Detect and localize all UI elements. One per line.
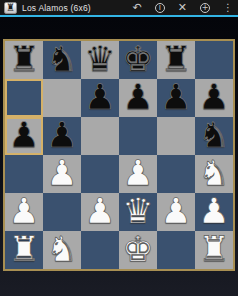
- piece-wp-e2: ♟: [160, 192, 191, 230]
- piece-wp-c2: ♟: [84, 192, 115, 230]
- piece-wr-f1: ♜: [198, 230, 229, 268]
- info-icon[interactable]: i: [155, 3, 165, 13]
- piece-bk-d6: ♚: [122, 40, 153, 78]
- rook-icon: ♜: [6, 3, 15, 13]
- square-e4[interactable]: [157, 117, 195, 155]
- piece-bn-b6: ♞: [46, 40, 77, 78]
- square-a4[interactable]: ♟: [5, 117, 43, 155]
- piece-wk-d1: ♚: [122, 230, 153, 268]
- square-c2[interactable]: ♟: [81, 193, 119, 231]
- square-b5[interactable]: [43, 79, 81, 117]
- square-b6[interactable]: ♞: [43, 41, 81, 79]
- square-d3[interactable]: ♟: [119, 155, 157, 193]
- chess-board: ♜♞♛♚♜♟♟♟♟♟♟♞♟♟♞♟♟♛♟♟♜♞♚♜: [3, 39, 235, 271]
- square-d5[interactable]: ♟: [119, 79, 157, 117]
- square-f3[interactable]: ♞: [195, 155, 233, 193]
- square-d6[interactable]: ♚: [119, 41, 157, 79]
- square-d4[interactable]: [119, 117, 157, 155]
- square-e5[interactable]: ♟: [157, 79, 195, 117]
- piece-br-e6: ♜: [160, 40, 191, 78]
- piece-bp-e5: ♟: [160, 78, 191, 116]
- square-e6[interactable]: ♜: [157, 41, 195, 79]
- square-e2[interactable]: ♟: [157, 193, 195, 231]
- square-b1[interactable]: ♞: [43, 231, 81, 269]
- square-f4[interactable]: ♞: [195, 117, 233, 155]
- action-bar: ♜ Los Alamos (6x6) ↶ i ✕ + ⋮: [0, 0, 238, 17]
- piece-wp-d3: ♟: [122, 154, 153, 192]
- piece-bp-b4: ♟: [46, 116, 77, 154]
- piece-bp-a4: ♟: [8, 116, 39, 154]
- piece-wr-a1: ♜: [8, 230, 39, 268]
- square-a5[interactable]: [5, 79, 43, 117]
- piece-wp-f2: ♟: [198, 192, 229, 230]
- piece-bp-f5: ♟: [198, 78, 229, 116]
- square-a6[interactable]: ♜: [5, 41, 43, 79]
- close-icon[interactable]: ✕: [178, 2, 187, 13]
- app-icon[interactable]: ♜: [4, 2, 17, 14]
- square-c1[interactable]: [81, 231, 119, 269]
- game-background: ♜♞♛♚♜♟♟♟♟♟♟♞♟♟♞♟♟♛♟♟♜♞♚♜: [0, 17, 238, 296]
- piece-bp-c5: ♟: [84, 78, 115, 116]
- square-a2[interactable]: ♟: [5, 193, 43, 231]
- square-c4[interactable]: [81, 117, 119, 155]
- app-window: ♜ Los Alamos (6x6) ↶ i ✕ + ⋮ ♜♞♛♚♜♟♟♟♟♟♟…: [0, 0, 238, 296]
- piece-wn-f3: ♞: [198, 154, 229, 192]
- square-f6[interactable]: [195, 41, 233, 79]
- piece-wp-a2: ♟: [8, 192, 39, 230]
- piece-bq-c6: ♛: [84, 40, 115, 78]
- overflow-menu-icon[interactable]: ⋮: [223, 2, 233, 13]
- square-f2[interactable]: ♟: [195, 193, 233, 231]
- piece-wp-b3: ♟: [46, 154, 77, 192]
- piece-wn-b1: ♞: [46, 230, 77, 268]
- square-a1[interactable]: ♜: [5, 231, 43, 269]
- square-c6[interactable]: ♛: [81, 41, 119, 79]
- square-b4[interactable]: ♟: [43, 117, 81, 155]
- piece-bn-f4: ♞: [198, 116, 229, 154]
- square-c5[interactable]: ♟: [81, 79, 119, 117]
- square-d2[interactable]: ♛: [119, 193, 157, 231]
- piece-wq-d2: ♛: [122, 192, 153, 230]
- actionbar-buttons: ↶ i ✕ + ⋮: [133, 2, 234, 13]
- square-b2[interactable]: [43, 193, 81, 231]
- app-title: Los Alamos (6x6): [22, 3, 91, 13]
- square-f1[interactable]: ♜: [195, 231, 233, 269]
- square-f5[interactable]: ♟: [195, 79, 233, 117]
- piece-br-a6: ♜: [8, 40, 39, 78]
- circle-plus-icon[interactable]: +: [200, 3, 210, 13]
- square-e3[interactable]: [157, 155, 195, 193]
- square-a3[interactable]: [5, 155, 43, 193]
- square-e1[interactable]: [157, 231, 195, 269]
- piece-bp-d5: ♟: [122, 78, 153, 116]
- undo-icon[interactable]: ↶: [133, 2, 142, 13]
- square-d1[interactable]: ♚: [119, 231, 157, 269]
- square-c3[interactable]: [81, 155, 119, 193]
- square-b3[interactable]: ♟: [43, 155, 81, 193]
